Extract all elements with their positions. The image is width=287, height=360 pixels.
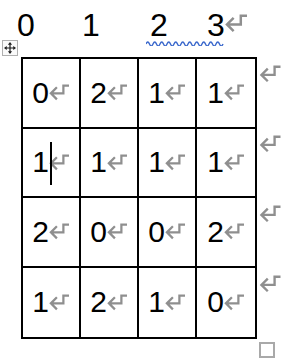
table-cell-r0c2[interactable]: 1: [139, 59, 197, 129]
paragraph-mark-icon: [225, 13, 248, 34]
table-cell-r1c1[interactable]: 1: [81, 129, 139, 199]
grammar-squiggle-underline: [146, 39, 226, 46]
cell-value: 2: [90, 287, 107, 317]
table-cell-r2c1[interactable]: 0: [81, 198, 139, 268]
table-cell-r3c3[interactable]: 0: [197, 268, 255, 338]
cell-end-mark-icon: [107, 293, 128, 312]
number-table: 0 2 1 1 1 1 1 1 2 0 0 2 1 2 1 0: [21, 57, 257, 339]
cell-end-mark-icon: [165, 222, 186, 241]
cell-end-mark-icon: [165, 153, 186, 172]
cell-end-mark-icon: [165, 293, 186, 312]
text-caret: [50, 142, 52, 185]
cell-end-mark-icon: [49, 83, 70, 102]
cell-value: 2: [207, 217, 224, 247]
table-cell-r1c3[interactable]: 1: [197, 129, 255, 199]
column-header-3: 3: [207, 9, 225, 41]
row-end-mark-icon: [259, 204, 282, 224]
cell-end-mark-icon: [165, 83, 186, 102]
cell-value: 1: [148, 147, 165, 177]
table-cell-r1c2[interactable]: 1: [139, 129, 197, 199]
cell-value: 1: [32, 287, 49, 317]
cell-value: 1: [148, 78, 165, 108]
column-header-1: 1: [82, 9, 100, 41]
cell-value: 1: [207, 147, 224, 177]
column-header-2: 2: [150, 9, 168, 41]
table-cell-r3c1[interactable]: 2: [81, 268, 139, 338]
cell-end-mark-icon: [107, 83, 128, 102]
table-cell-r2c3[interactable]: 2: [197, 198, 255, 268]
table-cell-r0c1[interactable]: 2: [81, 59, 139, 129]
cell-end-mark-icon: [107, 153, 128, 172]
cell-value: 2: [32, 217, 49, 247]
table-resize-handle[interactable]: [259, 342, 275, 358]
cell-value: 1: [32, 147, 49, 177]
document-page: 0 1 2 3 0 2 1 1 1 1 1 1 2 0 0 2 1 2 1 0: [0, 0, 287, 360]
cell-value: 0: [207, 287, 224, 317]
table-cell-r0c0[interactable]: 0: [23, 59, 81, 129]
move-cross-icon: [4, 42, 16, 54]
cell-value: 0: [32, 78, 49, 108]
row-end-mark-icon: [259, 64, 282, 84]
cell-value: 1: [207, 78, 224, 108]
table-move-handle[interactable]: [2, 40, 18, 56]
cell-end-mark-icon: [224, 83, 245, 102]
cell-value: 1: [148, 287, 165, 317]
table-cell-r2c0[interactable]: 2: [23, 198, 81, 268]
cell-end-mark-icon: [49, 222, 70, 241]
cell-value: 0: [148, 217, 165, 247]
table-cell-r1c0[interactable]: 1: [23, 129, 81, 199]
cell-end-mark-icon: [224, 293, 245, 312]
table-cell-r2c2[interactable]: 0: [139, 198, 197, 268]
cell-end-mark-icon: [49, 293, 70, 312]
cell-value: 0: [90, 217, 107, 247]
row-end-mark-icon: [259, 274, 282, 294]
column-header-0: 0: [17, 9, 35, 41]
cell-value: 2: [90, 78, 107, 108]
cell-end-mark-icon: [224, 153, 245, 172]
cell-value: 1: [90, 147, 107, 177]
cell-end-mark-icon: [107, 222, 128, 241]
table-cell-r3c0[interactable]: 1: [23, 268, 81, 338]
table-cell-r0c3[interactable]: 1: [197, 59, 255, 129]
row-end-mark-icon: [259, 134, 282, 154]
cell-end-mark-icon: [224, 222, 245, 241]
table-cell-r3c2[interactable]: 1: [139, 268, 197, 338]
